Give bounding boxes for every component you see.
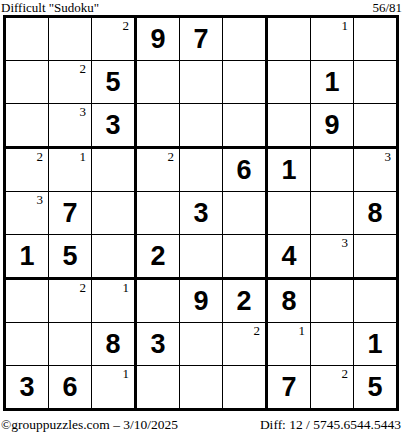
cell-r1c9[interactable] xyxy=(354,18,396,61)
cell-r6c3[interactable] xyxy=(92,235,137,280)
cell-r3c2[interactable]: 3 xyxy=(49,104,92,149)
cell-value: 4 xyxy=(281,243,296,270)
pencil-mark: 1 xyxy=(80,150,87,164)
cell-value: 3 xyxy=(105,112,120,139)
cell-r2c3[interactable]: 5 xyxy=(92,61,137,104)
cell-r5c5[interactable]: 3 xyxy=(180,192,223,235)
cell-r7c2[interactable]: 2 xyxy=(49,280,92,323)
pencil-mark: 3 xyxy=(80,105,87,119)
cell-r5c9[interactable]: 8 xyxy=(354,192,396,235)
cell-r5c7[interactable] xyxy=(268,192,311,235)
cell-r1c4[interactable]: 9 xyxy=(137,18,180,61)
cell-r2c8[interactable]: 1 xyxy=(311,61,354,104)
cell-r5c6[interactable] xyxy=(223,192,268,235)
cell-r5c1[interactable]: 3 xyxy=(6,192,49,235)
cell-value: 1 xyxy=(19,243,34,270)
cell-r4c9[interactable]: 3 xyxy=(354,149,396,192)
difficulty-text: Diff: 12 / 5745.6544.5443 xyxy=(260,417,401,432)
cell-value: 3 xyxy=(150,331,165,358)
cell-value: 5 xyxy=(367,374,382,401)
puzzle-title: Difficult "Sudoku" xyxy=(1,0,99,15)
cell-r8c2[interactable] xyxy=(49,323,92,366)
cell-r8c1[interactable] xyxy=(6,323,49,366)
cell-r3c4[interactable] xyxy=(137,104,180,149)
cell-r4c5[interactable] xyxy=(180,149,223,192)
cell-r8c3[interactable]: 8 xyxy=(92,323,137,366)
cell-r4c1[interactable]: 2 xyxy=(6,149,49,192)
cell-r7c3[interactable]: 1 xyxy=(92,280,137,323)
copyright-text: ©grouppuzzles.com – 3/10/2025 xyxy=(1,417,178,432)
cell-r2c9[interactable] xyxy=(354,61,396,104)
cell-value: 1 xyxy=(367,331,382,358)
cell-r9c7[interactable]: 7 xyxy=(268,366,311,408)
cell-value: 2 xyxy=(150,243,165,270)
pencil-mark: 3 xyxy=(342,236,349,250)
cell-value: 6 xyxy=(236,157,251,184)
cell-value: 2 xyxy=(236,288,251,315)
cell-value: 9 xyxy=(193,288,208,315)
sudoku-page: Difficult "Sudoku" 56/81 297125133921261… xyxy=(0,0,402,437)
cell-r6c2[interactable]: 5 xyxy=(49,235,92,280)
cell-value: 1 xyxy=(324,69,339,96)
cell-r3c8[interactable]: 9 xyxy=(311,104,354,149)
cell-r8c4[interactable]: 3 xyxy=(137,323,180,366)
cell-r2c6[interactable] xyxy=(223,61,268,104)
cell-value: 3 xyxy=(19,374,34,401)
cell-value: 1 xyxy=(281,157,296,184)
cell-r8c6[interactable]: 2 xyxy=(223,323,268,366)
cell-r5c3[interactable] xyxy=(92,192,137,235)
cell-r4c4[interactable]: 2 xyxy=(137,149,180,192)
cell-r1c8[interactable]: 1 xyxy=(311,18,354,61)
sudoku-board: 2971251339212613373815243219288321136172… xyxy=(3,15,399,411)
cell-value: 7 xyxy=(193,26,208,53)
cell-r8c5[interactable] xyxy=(180,323,223,366)
cell-r9c3[interactable]: 1 xyxy=(92,366,137,408)
cell-r2c7[interactable] xyxy=(268,61,311,104)
cell-r2c5[interactable] xyxy=(180,61,223,104)
cell-r7c9[interactable] xyxy=(354,280,396,323)
cell-r6c1[interactable]: 1 xyxy=(6,235,49,280)
cell-r5c8[interactable] xyxy=(311,192,354,235)
cell-r9c4[interactable] xyxy=(137,366,180,408)
pencil-mark: 2 xyxy=(80,62,87,76)
pencil-mark: 2 xyxy=(342,367,349,381)
cell-r2c2[interactable]: 2 xyxy=(49,61,92,104)
cell-r7c4[interactable] xyxy=(137,280,180,323)
cell-value: 9 xyxy=(324,112,339,139)
pencil-mark: 2 xyxy=(80,281,87,295)
cell-r9c8[interactable]: 2 xyxy=(311,366,354,408)
cell-r4c2[interactable]: 1 xyxy=(49,149,92,192)
cell-r8c8[interactable] xyxy=(311,323,354,366)
cell-r9c2[interactable]: 6 xyxy=(49,366,92,408)
cell-r1c3[interactable]: 2 xyxy=(92,18,137,61)
cell-value: 6 xyxy=(62,374,77,401)
cell-value: 5 xyxy=(62,243,77,270)
cell-r1c5[interactable]: 7 xyxy=(180,18,223,61)
header: Difficult "Sudoku" 56/81 xyxy=(1,0,402,15)
cell-r6c5[interactable] xyxy=(180,235,223,280)
cell-r5c2[interactable]: 7 xyxy=(49,192,92,235)
cell-value: 7 xyxy=(62,200,77,227)
cell-value: 8 xyxy=(367,200,382,227)
cell-r3c7[interactable] xyxy=(268,104,311,149)
cell-value: 8 xyxy=(105,331,120,358)
cell-r3c5[interactable] xyxy=(180,104,223,149)
cell-r6c8[interactable]: 3 xyxy=(311,235,354,280)
cell-r8c9[interactable]: 1 xyxy=(354,323,396,366)
cell-r1c6[interactable] xyxy=(223,18,268,61)
cell-r9c5[interactable] xyxy=(180,366,223,408)
pencil-mark: 2 xyxy=(37,150,44,164)
cell-r6c6[interactable] xyxy=(223,235,268,280)
cell-r7c8[interactable] xyxy=(311,280,354,323)
cell-r5c4[interactable] xyxy=(137,192,180,235)
cell-r2c1[interactable] xyxy=(6,61,49,104)
cell-r4c7[interactable]: 1 xyxy=(268,149,311,192)
cell-r4c8[interactable] xyxy=(311,149,354,192)
pencil-mark: 2 xyxy=(168,150,175,164)
cell-r9c1[interactable]: 3 xyxy=(6,366,49,408)
footer: ©grouppuzzles.com – 3/10/2025 Diff: 12 /… xyxy=(1,417,401,432)
cell-r2c4[interactable] xyxy=(137,61,180,104)
cell-value: 5 xyxy=(105,69,120,96)
cell-r1c7[interactable] xyxy=(268,18,311,61)
cell-value: 7 xyxy=(281,374,296,401)
pencil-mark: 2 xyxy=(123,19,130,33)
cell-r3c1[interactable] xyxy=(6,104,49,149)
cell-r6c7[interactable]: 4 xyxy=(268,235,311,280)
pencil-mark: 3 xyxy=(385,150,392,164)
cell-r3c6[interactable] xyxy=(223,104,268,149)
cell-r9c6[interactable] xyxy=(223,366,268,408)
cell-r4c6[interactable]: 6 xyxy=(223,149,268,192)
cell-r8c7[interactable]: 1 xyxy=(268,323,311,366)
cell-r4c3[interactable] xyxy=(92,149,137,192)
pencil-mark: 1 xyxy=(342,19,349,33)
cell-value: 3 xyxy=(193,200,208,227)
cell-counter: 56/81 xyxy=(372,0,402,15)
cell-r3c3[interactable]: 3 xyxy=(92,104,137,149)
cell-r7c1[interactable] xyxy=(6,280,49,323)
cell-r1c2[interactable] xyxy=(49,18,92,61)
cell-r7c7[interactable]: 8 xyxy=(268,280,311,323)
cell-r6c4[interactable]: 2 xyxy=(137,235,180,280)
cell-value: 9 xyxy=(150,26,165,53)
pencil-mark: 1 xyxy=(299,324,306,338)
pencil-mark: 1 xyxy=(123,281,130,295)
pencil-mark: 3 xyxy=(37,193,44,207)
pencil-mark: 1 xyxy=(123,367,130,381)
cell-r7c6[interactable]: 2 xyxy=(223,280,268,323)
cell-r6c9[interactable] xyxy=(354,235,396,280)
cell-r3c9[interactable] xyxy=(354,104,396,149)
pencil-mark: 2 xyxy=(254,324,261,338)
cell-r1c1[interactable] xyxy=(6,18,49,61)
cell-r9c9[interactable]: 5 xyxy=(354,366,396,408)
cell-r7c5[interactable]: 9 xyxy=(180,280,223,323)
cell-value: 8 xyxy=(281,288,296,315)
